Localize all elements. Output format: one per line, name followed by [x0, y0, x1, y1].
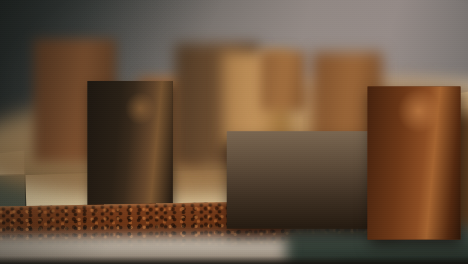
frame-bottom-shade	[0, 256, 468, 264]
chess-photo-frame: ♟ ♟ ♟ ♟ ♟ ♟ ♟ ♟ ♟ ♜	[0, 0, 468, 264]
